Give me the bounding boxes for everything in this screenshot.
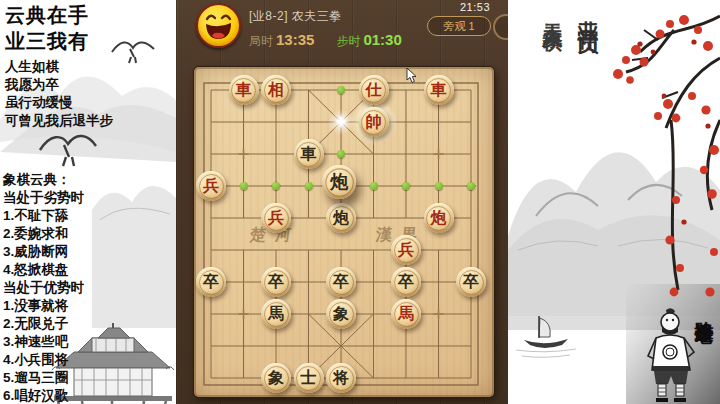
list-item: 1.没事就将 <box>3 297 84 315</box>
list-item: 6.唱好汉歌 <box>3 387 84 404</box>
spectate-count: 1 <box>468 20 474 32</box>
spectate-button[interactable]: 旁观 1 <box>427 16 491 36</box>
player-name: 农夫三拳 <box>292 9 342 23</box>
piece-red-馬[interactable]: 馬 <box>391 299 421 329</box>
poem-line: 人生如棋 <box>5 58 113 76</box>
player-name-row: [业8-2] 农夫三拳 <box>249 8 402 25</box>
piece-black-卒[interactable]: 卒 <box>456 267 486 297</box>
piece-red-兵[interactable]: 兵 <box>196 171 226 201</box>
piece-black-卒[interactable]: 卒 <box>261 267 291 297</box>
list-item: 3.威胁断网 <box>3 243 84 261</box>
piece-black-象[interactable]: 象 <box>326 299 356 329</box>
timers-row: 局时13:35步时01:30 <box>249 31 402 50</box>
poem-line: 我愿为卒 <box>5 76 113 94</box>
piece-red-炮[interactable]: 炮 <box>424 203 454 233</box>
last-move-sparkle: ✦ <box>327 108 355 136</box>
piece-red-兵[interactable]: 兵 <box>261 203 291 233</box>
piece-black-卒[interactable]: 卒 <box>391 267 421 297</box>
player-meta: [业8-2] 农夫三拳 局时13:35步时01:30 <box>249 8 402 50</box>
list-item: 当处于优势时 <box>3 279 84 297</box>
left-list: 象棋云典： 当处于劣势时 1.不耻下舔 2.委婉求和 3.威胁断网 4.怒掀棋盘… <box>3 171 84 404</box>
crane-icon <box>112 42 154 63</box>
list-item: 1.不耻下舔 <box>3 207 84 225</box>
piece-black-将[interactable]: 将 <box>326 363 356 393</box>
move-hint-dot[interactable] <box>370 182 378 190</box>
piece-black-炮[interactable]: 炮 <box>322 165 356 199</box>
move-hint-dot[interactable] <box>337 86 345 94</box>
right-title-column-left: 天天象棋 <box>540 7 567 19</box>
piece-black-炮[interactable]: 炮 <box>326 203 356 233</box>
move-hint-dot[interactable] <box>435 182 443 190</box>
piece-red-帥[interactable]: 帥 <box>359 107 389 137</box>
move-hint-dot[interactable] <box>337 150 345 158</box>
piece-black-士[interactable]: 士 <box>294 363 324 393</box>
ink-wash-art-right <box>508 0 720 404</box>
piece-red-相[interactable]: 相 <box>261 75 291 105</box>
list-item: 2.委婉求和 <box>3 225 84 243</box>
left-poem: 人生如棋 我愿为卒 虽行动缓慢 可曾见我后退半步 <box>5 58 113 130</box>
streamer-watermark: 路边摊老云 <box>691 306 717 311</box>
list-item: 2.无限兑子 <box>3 315 84 333</box>
game-panel: [业8-2] 农夫三拳 局时13:35步时01:30 21:53 旁观 1 楚河… <box>176 0 508 404</box>
move-time-value: 01:30 <box>363 31 401 48</box>
piece-black-馬[interactable]: 馬 <box>261 299 291 329</box>
piece-red-車[interactable]: 車 <box>424 75 454 105</box>
game-topbar: [业8-2] 农夫三拳 局时13:35步时01:30 21:53 旁观 1 <box>176 0 508 66</box>
move-hint-dot[interactable] <box>240 182 248 190</box>
poem-line: 可曾见我后退半步 <box>5 112 113 130</box>
right-panel: 业三守门员 天天象棋 路边摊老云 <box>508 0 720 404</box>
list-item: 4.小兵围将 <box>3 351 84 369</box>
move-hint-dot[interactable] <box>467 182 475 190</box>
left-heading: 云典在手 业三我有 <box>5 2 89 54</box>
screenshot-root: 云典在手 业三我有 人生如棋 我愿为卒 虽行动缓慢 可曾见我后退半步 象棋云典：… <box>0 0 720 404</box>
avatar-laughing-emoji[interactable] <box>196 3 241 48</box>
list-item: 3.神速些吧 <box>3 333 84 351</box>
corner-circle-button[interactable] <box>493 14 508 40</box>
move-time-label: 步时 <box>336 34 360 48</box>
system-clock: 21:53 <box>460 1 490 13</box>
game-time-label: 局时 <box>249 34 273 48</box>
piece-red-仕[interactable]: 仕 <box>359 75 389 105</box>
piece-red-兵[interactable]: 兵 <box>391 235 421 265</box>
mouse-cursor <box>406 68 418 84</box>
game-time-value: 13:35 <box>276 31 314 48</box>
spectate-label: 旁观 <box>443 20 465 32</box>
piece-black-卒[interactable]: 卒 <box>326 267 356 297</box>
left-heading-line1: 云典在手 <box>5 2 89 28</box>
laughing-face-icon <box>198 5 239 46</box>
piece-red-車[interactable]: 車 <box>229 75 259 105</box>
list-title: 象棋云典： <box>3 171 84 189</box>
right-title-column-right: 业三守门员 <box>574 4 602 19</box>
move-hint-dot[interactable] <box>272 182 280 190</box>
piece-black-象[interactable]: 象 <box>261 363 291 393</box>
left-panel: 云典在手 业三我有 人生如棋 我愿为卒 虽行动缓慢 可曾见我后退半步 象棋云典：… <box>0 0 176 404</box>
list-item: 当处于劣势时 <box>3 189 84 207</box>
poem-line: 虽行动缓慢 <box>5 94 113 112</box>
left-heading-line2: 业三我有 <box>5 28 89 54</box>
move-hint-dot[interactable] <box>305 182 313 190</box>
player-rank-tag: [业8-2] <box>249 9 288 23</box>
xiangqi-board[interactable]: 楚河 漢界 車相仕車帥車兵炮兵炮炮兵卒卒卒卒卒馬象馬象士将 ✦ <box>194 67 494 397</box>
piece-black-車[interactable]: 車 <box>294 139 324 169</box>
piece-black-卒[interactable]: 卒 <box>196 267 226 297</box>
move-hint-dot[interactable] <box>402 182 410 190</box>
list-item: 5.遛马三圈 <box>3 369 84 387</box>
list-item: 4.怒掀棋盘 <box>3 261 84 279</box>
